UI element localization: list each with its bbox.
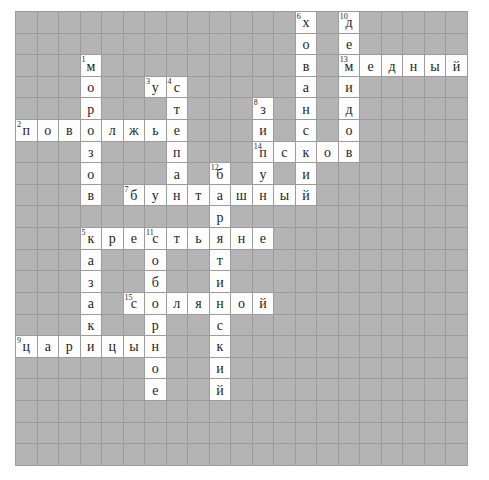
letter-cell[interactable]: с	[296, 120, 318, 142]
letter-cell[interactable]: в	[59, 120, 81, 142]
blocked-cell	[446, 228, 468, 250]
blocked-cell	[425, 120, 447, 142]
cell-letter: е	[360, 55, 381, 76]
blocked-cell	[446, 185, 468, 207]
letter-cell[interactable]: т	[210, 250, 232, 272]
blocked-cell	[360, 206, 382, 228]
blocked-cell	[382, 250, 404, 272]
cell-letter: ь	[188, 228, 209, 249]
blocked-cell	[446, 293, 468, 315]
blocked-cell	[102, 185, 124, 207]
blocked-cell	[425, 206, 447, 228]
blocked-cell	[231, 98, 253, 120]
blocked-cell	[296, 423, 318, 445]
letter-cell[interactable]: ц	[102, 336, 124, 358]
blocked-cell	[188, 12, 210, 34]
letter-cell[interactable]: и	[296, 163, 318, 185]
letter-cell[interactable]: н	[253, 185, 275, 207]
blocked-cell	[446, 206, 468, 228]
blocked-cell	[339, 185, 361, 207]
blocked-cell	[145, 12, 167, 34]
blocked-cell	[274, 55, 296, 77]
blocked-cell	[231, 34, 253, 56]
blocked-cell	[102, 315, 124, 337]
blocked-cell	[16, 444, 38, 466]
blocked-cell	[382, 34, 404, 56]
blocked-cell	[102, 206, 124, 228]
letter-cell[interactable]: ы	[425, 55, 447, 77]
blocked-cell	[124, 98, 146, 120]
blocked-cell	[296, 206, 318, 228]
letter-cell[interactable]: 1м	[81, 55, 103, 77]
blocked-cell	[124, 250, 146, 272]
letter-cell[interactable]: о	[81, 163, 103, 185]
cell-letter: ы	[425, 55, 446, 76]
cell-letter: з	[81, 142, 102, 163]
blocked-cell	[425, 77, 447, 99]
blocked-cell	[253, 315, 275, 337]
blocked-cell	[167, 336, 189, 358]
letter-cell[interactable]: а	[38, 336, 60, 358]
blocked-cell	[403, 401, 425, 423]
blocked-cell	[253, 250, 275, 272]
letter-cell[interactable]: е	[253, 228, 275, 250]
blocked-cell	[59, 250, 81, 272]
blocked-cell	[231, 401, 253, 423]
blocked-cell	[274, 77, 296, 99]
blocked-cell	[38, 293, 60, 315]
blocked-cell	[339, 163, 361, 185]
blocked-cell	[59, 423, 81, 445]
letter-cell[interactable]: у	[253, 163, 275, 185]
cell-letter: н	[253, 185, 274, 206]
blocked-cell	[124, 34, 146, 56]
blocked-cell	[102, 12, 124, 34]
blocked-cell	[360, 293, 382, 315]
blocked-cell	[188, 315, 210, 337]
blocked-cell	[231, 55, 253, 77]
blocked-cell	[403, 142, 425, 164]
blocked-cell	[210, 98, 232, 120]
cell-letter: а	[81, 293, 102, 314]
cell-letter: н	[167, 185, 188, 206]
letter-cell[interactable]: 14п	[253, 142, 275, 164]
blocked-cell	[231, 250, 253, 272]
blocked-cell	[382, 358, 404, 380]
blocked-cell	[382, 12, 404, 34]
letter-cell[interactable]: 12б	[210, 163, 232, 185]
blocked-cell	[145, 423, 167, 445]
blocked-cell	[167, 401, 189, 423]
letter-cell[interactable]: 8з	[253, 98, 275, 120]
letter-cell[interactable]: в	[81, 185, 103, 207]
blocked-cell	[81, 423, 103, 445]
blocked-cell	[403, 77, 425, 99]
cell-letter: о	[81, 120, 102, 141]
blocked-cell	[124, 444, 146, 466]
letter-cell[interactable]: в	[339, 142, 361, 164]
letter-cell[interactable]: о	[231, 293, 253, 315]
blocked-cell	[145, 206, 167, 228]
letter-cell[interactable]: к	[210, 336, 232, 358]
letter-cell[interactable]: н	[296, 98, 318, 120]
blocked-cell	[210, 423, 232, 445]
letter-cell[interactable]: л	[102, 120, 124, 142]
blocked-cell	[59, 142, 81, 164]
blocked-cell	[403, 120, 425, 142]
blocked-cell	[231, 163, 253, 185]
letter-cell[interactable]: р	[59, 336, 81, 358]
blocked-cell	[403, 358, 425, 380]
blocked-cell	[167, 206, 189, 228]
blocked-cell	[274, 163, 296, 185]
blocked-cell	[339, 271, 361, 293]
blocked-cell	[38, 163, 60, 185]
blocked-cell	[231, 12, 253, 34]
blocked-cell	[38, 315, 60, 337]
letter-cell[interactable]: о	[339, 120, 361, 142]
letter-cell[interactable]: е	[145, 379, 167, 401]
letter-cell[interactable]: и	[81, 336, 103, 358]
letter-cell[interactable]: 5к	[81, 228, 103, 250]
letter-cell[interactable]: й	[210, 379, 232, 401]
cell-letter: а	[38, 336, 59, 357]
letter-cell[interactable]: 2п	[16, 120, 38, 142]
blocked-cell	[382, 163, 404, 185]
blocked-cell	[188, 271, 210, 293]
blocked-cell	[102, 98, 124, 120]
letter-cell[interactable]: и	[210, 358, 232, 380]
blocked-cell	[210, 12, 232, 34]
letter-cell[interactable]: ы	[124, 336, 146, 358]
letter-cell[interactable]: д	[339, 98, 361, 120]
blocked-cell	[38, 250, 60, 272]
letter-cell[interactable]: й	[296, 185, 318, 207]
clue-number: 8	[254, 98, 258, 107]
letter-cell[interactable]: 11с	[145, 228, 167, 250]
blocked-cell	[59, 185, 81, 207]
cell-letter: о	[81, 77, 102, 98]
blocked-cell	[403, 12, 425, 34]
letter-cell[interactable]: а	[296, 77, 318, 99]
blocked-cell	[102, 163, 124, 185]
blocked-cell	[360, 120, 382, 142]
cell-letter: р	[102, 228, 123, 249]
blocked-cell	[446, 163, 468, 185]
blocked-cell	[188, 358, 210, 380]
blocked-cell	[274, 206, 296, 228]
blocked-cell	[253, 336, 275, 358]
letter-cell[interactable]: и	[210, 271, 232, 293]
letter-cell[interactable]: е	[360, 55, 382, 77]
blocked-cell	[124, 55, 146, 77]
letter-cell[interactable]: 13м	[339, 55, 361, 77]
blocked-cell	[38, 34, 60, 56]
letter-cell[interactable]: в	[296, 55, 318, 77]
letter-cell[interactable]: о	[145, 293, 167, 315]
letter-cell[interactable]: ы	[274, 185, 296, 207]
blocked-cell	[59, 358, 81, 380]
letter-cell[interactable]: ж	[124, 120, 146, 142]
blocked-cell	[16, 12, 38, 34]
cell-letter: о	[145, 250, 166, 271]
cell-letter: к	[81, 315, 102, 336]
blocked-cell	[382, 206, 404, 228]
blocked-cell	[382, 293, 404, 315]
blocked-cell	[188, 401, 210, 423]
letter-cell[interactable]: н	[145, 336, 167, 358]
cell-letter: р	[210, 206, 231, 227]
letter-cell[interactable]: и	[253, 120, 275, 142]
letter-cell[interactable]: р	[210, 206, 232, 228]
letter-cell[interactable]: с	[274, 142, 296, 164]
blocked-cell	[296, 228, 318, 250]
blocked-cell	[446, 250, 468, 272]
blocked-cell	[145, 401, 167, 423]
letter-cell[interactable]: 7б	[124, 185, 146, 207]
blocked-cell	[274, 98, 296, 120]
blocked-cell	[425, 250, 447, 272]
blocked-cell	[339, 379, 361, 401]
blocked-cell	[253, 401, 275, 423]
cell-letter: т	[188, 185, 209, 206]
blocked-cell	[188, 379, 210, 401]
blocked-cell	[274, 271, 296, 293]
letter-cell[interactable]: к	[81, 315, 103, 337]
blocked-cell	[38, 12, 60, 34]
letter-cell[interactable]: к	[296, 142, 318, 164]
letter-cell[interactable]: ь	[188, 228, 210, 250]
blocked-cell	[317, 34, 339, 56]
letter-cell[interactable]: у	[145, 185, 167, 207]
cell-letter: к	[296, 142, 317, 163]
letter-cell[interactable]: п	[167, 142, 189, 164]
blocked-cell	[403, 315, 425, 337]
blocked-cell	[446, 98, 468, 120]
letter-cell[interactable]: р	[81, 98, 103, 120]
blocked-cell	[38, 142, 60, 164]
blocked-cell	[210, 142, 232, 164]
blocked-cell	[317, 98, 339, 120]
blocked-cell	[253, 12, 275, 34]
blocked-cell	[274, 401, 296, 423]
cell-letter: д	[382, 55, 403, 76]
cell-letter: н	[145, 336, 166, 357]
blocked-cell	[403, 293, 425, 315]
blocked-cell	[59, 55, 81, 77]
letter-cell[interactable]: 9ц	[16, 336, 38, 358]
blocked-cell	[16, 206, 38, 228]
letter-cell[interactable]: о	[81, 77, 103, 99]
cell-letter: а	[167, 163, 188, 184]
cell-letter: и	[339, 77, 360, 98]
blocked-cell	[382, 379, 404, 401]
letter-cell[interactable]: е	[339, 34, 361, 56]
clue-number: 2	[17, 120, 21, 129]
letter-cell[interactable]: ш	[231, 185, 253, 207]
letter-cell[interactable]: з	[81, 271, 103, 293]
blocked-cell	[253, 77, 275, 99]
blocked-cell	[403, 379, 425, 401]
blocked-cell	[59, 163, 81, 185]
blocked-cell	[16, 77, 38, 99]
blocked-cell	[188, 163, 210, 185]
blocked-cell	[253, 444, 275, 466]
blocked-cell	[81, 206, 103, 228]
cell-letter: т	[167, 98, 188, 119]
letter-cell[interactable]: 10д	[339, 12, 361, 34]
blocked-cell	[188, 444, 210, 466]
blocked-cell	[446, 315, 468, 337]
clue-number: 3	[146, 77, 150, 86]
cell-letter: р	[59, 336, 80, 357]
clue-number: 14	[254, 142, 262, 151]
blocked-cell	[102, 379, 124, 401]
blocked-cell	[274, 379, 296, 401]
cell-letter: з	[81, 271, 102, 292]
letter-cell[interactable]: 15с	[124, 293, 146, 315]
cell-letter: о	[145, 358, 166, 379]
cell-letter: и	[296, 163, 317, 184]
letter-cell[interactable]: е	[124, 228, 146, 250]
letter-cell[interactable]: и	[339, 77, 361, 99]
cell-letter: й	[253, 293, 274, 314]
letter-cell[interactable]: ь	[145, 120, 167, 142]
blocked-cell	[38, 423, 60, 445]
letter-cell[interactable]: т	[167, 228, 189, 250]
cell-letter: н	[403, 55, 424, 76]
cell-letter: ы	[124, 336, 145, 357]
letter-cell[interactable]: о	[317, 142, 339, 164]
blocked-cell	[38, 206, 60, 228]
blocked-cell	[274, 444, 296, 466]
letter-cell[interactable]: т	[167, 98, 189, 120]
blocked-cell	[124, 379, 146, 401]
blocked-cell	[403, 228, 425, 250]
letter-cell[interactable]: й	[446, 55, 468, 77]
blocked-cell	[38, 55, 60, 77]
blocked-cell	[317, 120, 339, 142]
blocked-cell	[81, 12, 103, 34]
letter-cell[interactable]: а	[81, 250, 103, 272]
blocked-cell	[210, 34, 232, 56]
letter-cell[interactable]: а	[167, 163, 189, 185]
cell-letter: о	[231, 293, 252, 314]
blocked-cell	[425, 163, 447, 185]
blocked-cell	[102, 358, 124, 380]
letter-cell[interactable]: с	[210, 315, 232, 337]
clue-number: 9	[17, 336, 21, 345]
blocked-cell	[231, 206, 253, 228]
blocked-cell	[425, 315, 447, 337]
letter-cell[interactable]: н	[167, 185, 189, 207]
blocked-cell	[360, 401, 382, 423]
blocked-cell	[16, 163, 38, 185]
blocked-cell	[59, 228, 81, 250]
letter-cell[interactable]: н	[210, 293, 232, 315]
letter-cell[interactable]: л	[167, 293, 189, 315]
letter-cell[interactable]: р	[102, 228, 124, 250]
letter-cell[interactable]: о	[81, 120, 103, 142]
blocked-cell	[38, 358, 60, 380]
blocked-cell	[167, 271, 189, 293]
cell-letter: и	[81, 336, 102, 357]
blocked-cell	[446, 379, 468, 401]
blocked-cell	[59, 293, 81, 315]
cell-letter: ы	[274, 185, 295, 206]
letter-cell[interactable]: о	[145, 358, 167, 380]
letter-cell[interactable]: о	[145, 250, 167, 272]
blocked-cell	[167, 12, 189, 34]
blocked-cell	[339, 358, 361, 380]
blocked-cell	[425, 358, 447, 380]
letter-cell[interactable]: е	[167, 120, 189, 142]
blocked-cell	[317, 336, 339, 358]
letter-cell[interactable]: з	[81, 142, 103, 164]
letter-cell[interactable]: я	[188, 293, 210, 315]
letter-cell[interactable]: р	[145, 315, 167, 337]
cell-letter: а	[81, 250, 102, 271]
blocked-cell	[102, 271, 124, 293]
clue-number: 7	[125, 185, 129, 194]
crossword-grid: 6х10дое1мв13медныйо3у4саирт8знд2поволжье…	[15, 11, 468, 466]
blocked-cell	[425, 444, 447, 466]
letter-cell[interactable]: 6х	[296, 12, 318, 34]
letter-cell[interactable]: а	[81, 293, 103, 315]
letter-cell[interactable]: а	[210, 185, 232, 207]
blocked-cell	[339, 423, 361, 445]
blocked-cell	[274, 336, 296, 358]
letter-cell[interactable]: я	[210, 228, 232, 250]
blocked-cell	[403, 163, 425, 185]
blocked-cell	[360, 142, 382, 164]
blocked-cell	[403, 98, 425, 120]
blocked-cell	[124, 423, 146, 445]
blocked-cell	[188, 77, 210, 99]
blocked-cell	[38, 271, 60, 293]
blocked-cell	[188, 336, 210, 358]
letter-cell[interactable]: о	[296, 34, 318, 56]
blocked-cell	[425, 228, 447, 250]
blocked-cell	[188, 423, 210, 445]
blocked-cell	[167, 444, 189, 466]
blocked-cell	[274, 34, 296, 56]
letter-cell[interactable]: 4с	[167, 77, 189, 99]
blocked-cell	[339, 206, 361, 228]
clue-number: 10	[340, 12, 348, 21]
blocked-cell	[403, 206, 425, 228]
blocked-cell	[382, 401, 404, 423]
letter-cell[interactable]: й	[253, 293, 275, 315]
blocked-cell	[317, 315, 339, 337]
letter-cell[interactable]: т	[188, 185, 210, 207]
cell-letter: б	[145, 271, 166, 292]
blocked-cell	[59, 206, 81, 228]
letter-cell[interactable]: н	[231, 228, 253, 250]
blocked-cell	[446, 77, 468, 99]
letter-cell[interactable]: д	[382, 55, 404, 77]
blocked-cell	[360, 228, 382, 250]
blocked-cell	[231, 379, 253, 401]
blocked-cell	[59, 77, 81, 99]
letter-cell[interactable]: 3у	[145, 77, 167, 99]
letter-cell[interactable]: о	[38, 120, 60, 142]
letter-cell[interactable]: н	[403, 55, 425, 77]
blocked-cell	[382, 142, 404, 164]
cell-letter: ц	[102, 336, 123, 357]
letter-cell[interactable]: б	[145, 271, 167, 293]
blocked-cell	[102, 423, 124, 445]
